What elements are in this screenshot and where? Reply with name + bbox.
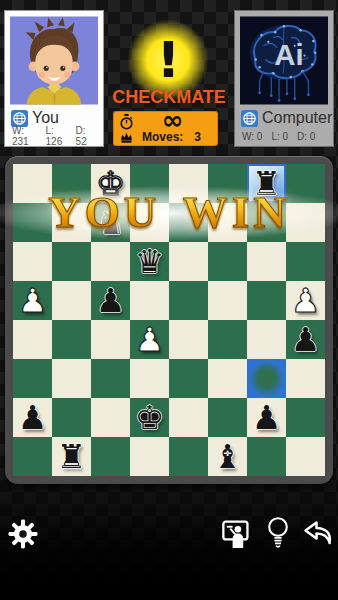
square-h6[interactable]: [286, 242, 325, 281]
square-d8[interactable]: [130, 164, 169, 203]
square-e6[interactable]: [169, 242, 208, 281]
square-g2[interactable]: ♟: [247, 398, 286, 437]
square-c2[interactable]: [91, 398, 130, 437]
square-e4[interactable]: [169, 320, 208, 359]
square-d6[interactable]: ♛: [130, 242, 169, 281]
piece-bR-b1: ♜: [52, 437, 91, 476]
exclamation-icon: !: [156, 35, 180, 85]
piece-bK-d2: ♚: [130, 398, 169, 437]
square-b8[interactable]: [52, 164, 91, 203]
square-d4[interactable]: ♟: [130, 320, 169, 359]
globe-icon: [241, 110, 258, 127]
player-card-computer: Ai Computer W: 0 L: 0 D: 0: [234, 10, 334, 147]
globe-icon: [11, 110, 28, 127]
chess-app-screen: You W: 231 L: 126 D: 52 ! CHECKMATE ∞ Mo…: [0, 0, 338, 600]
move-counter-panel: ∞ Moves: 3: [113, 111, 218, 146]
square-g3[interactable]: [247, 359, 286, 398]
square-a4[interactable]: [13, 320, 52, 359]
computer-name: Computer: [262, 109, 332, 127]
settings-gear-icon[interactable]: [8, 518, 38, 550]
piece-bN-c7: ♞: [91, 203, 130, 242]
square-c7[interactable]: ♞: [91, 203, 130, 242]
square-f2[interactable]: [208, 398, 247, 437]
piece-bP-h4: ♟: [286, 320, 325, 359]
square-h5[interactable]: ♟: [286, 281, 325, 320]
square-g6[interactable]: [247, 242, 286, 281]
square-d5[interactable]: [130, 281, 169, 320]
piece-bP-g2: ♟: [247, 398, 286, 437]
board-frame: ♚♜♞♛♟♟♟♟♟♟♚♟♜♝: [5, 156, 333, 484]
square-h1[interactable]: [286, 437, 325, 476]
computer-avatar: Ai: [240, 16, 328, 105]
square-g5[interactable]: [247, 281, 286, 320]
square-g1[interactable]: [247, 437, 286, 476]
square-f1[interactable]: ♝: [208, 437, 247, 476]
square-a8[interactable]: [13, 164, 52, 203]
piece-wP-a5: ♟: [13, 281, 52, 320]
square-d7[interactable]: [130, 203, 169, 242]
square-g7[interactable]: [247, 203, 286, 242]
piece-bR-g8: ♜: [247, 164, 286, 203]
square-a1[interactable]: [13, 437, 52, 476]
square-d1[interactable]: [130, 437, 169, 476]
square-a3[interactable]: [13, 359, 52, 398]
square-b3[interactable]: [52, 359, 91, 398]
square-c5[interactable]: ♟: [91, 281, 130, 320]
square-e7[interactable]: [169, 203, 208, 242]
square-f5[interactable]: [208, 281, 247, 320]
square-h7[interactable]: [286, 203, 325, 242]
square-b6[interactable]: [52, 242, 91, 281]
you-draws: D: 52: [76, 125, 98, 147]
you-record: W: 231 L: 126 D: 52: [10, 129, 98, 143]
square-h2[interactable]: [286, 398, 325, 437]
moves-value: 3: [194, 130, 201, 144]
square-e1[interactable]: [169, 437, 208, 476]
you-losses: L: 126: [46, 125, 72, 147]
square-a5[interactable]: ♟: [13, 281, 52, 320]
square-e2[interactable]: [169, 398, 208, 437]
square-d2[interactable]: ♚: [130, 398, 169, 437]
square-a2[interactable]: ♟: [13, 398, 52, 437]
player-card-you: You W: 231 L: 126 D: 52: [4, 10, 104, 147]
square-f7[interactable]: [208, 203, 247, 242]
square-e3[interactable]: [169, 359, 208, 398]
square-f4[interactable]: [208, 320, 247, 359]
infinity-time-icon: ∞: [134, 112, 211, 128]
square-b2[interactable]: [52, 398, 91, 437]
hint-bulb-icon[interactable]: [265, 516, 291, 549]
square-e5[interactable]: [169, 281, 208, 320]
ai-brain-image: Ai: [240, 16, 328, 105]
piece-bP-c5: ♟: [91, 281, 130, 320]
piece-wP-d4: ♟: [130, 320, 169, 359]
square-a6[interactable]: [13, 242, 52, 281]
moves-label: Moves:: [142, 130, 183, 144]
piece-bQ-d6: ♛: [130, 242, 169, 281]
stopwatch-icon: [120, 114, 134, 130]
square-b1[interactable]: ♜: [52, 437, 91, 476]
square-d3[interactable]: [130, 359, 169, 398]
you-wins: W: 231: [12, 125, 42, 147]
square-e8[interactable]: [169, 164, 208, 203]
square-b7[interactable]: [52, 203, 91, 242]
square-f8[interactable]: [208, 164, 247, 203]
square-f3[interactable]: [208, 359, 247, 398]
square-c6[interactable]: [91, 242, 130, 281]
square-f6[interactable]: [208, 242, 247, 281]
computer-losses: L: 0: [271, 131, 288, 142]
piece-wP-h5: ♟: [286, 281, 325, 320]
piece-bP-a2: ♟: [13, 398, 52, 437]
square-g8[interactable]: ♜: [247, 164, 286, 203]
square-c4[interactable]: [91, 320, 130, 359]
square-h3[interactable]: [286, 359, 325, 398]
piece-bB-f1: ♝: [208, 437, 247, 476]
crown-icon: [120, 132, 134, 143]
computer-wins: W: 0: [242, 131, 262, 142]
square-b5[interactable]: [52, 281, 91, 320]
square-h4[interactable]: ♟: [286, 320, 325, 359]
ai-label: Ai: [274, 38, 303, 71]
square-b4[interactable]: [52, 320, 91, 359]
undo-icon[interactable]: [302, 519, 334, 549]
square-c1[interactable]: [91, 437, 130, 476]
square-c8[interactable]: ♚: [91, 164, 130, 203]
square-a7[interactable]: [13, 203, 52, 242]
square-c3[interactable]: [91, 359, 130, 398]
piece-wK-c8: ♚: [91, 164, 130, 203]
computer-draws: D: 0: [297, 131, 315, 142]
analysis-board-icon[interactable]: [222, 519, 249, 548]
square-h8[interactable]: [286, 164, 325, 203]
chess-board: ♚♜♞♛♟♟♟♟♟♟♚♟♜♝: [13, 164, 325, 476]
square-g4[interactable]: [247, 320, 286, 359]
computer-record: W: 0 L: 0 D: 0: [240, 129, 328, 143]
